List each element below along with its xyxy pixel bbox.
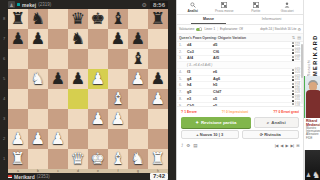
square-e4[interactable] — [88, 89, 108, 109]
black-rook-a8[interactable]: ♜ — [11, 9, 25, 29]
panel-tab-giocatori[interactable]: Giocatori — [272, 0, 304, 14]
square-f3[interactable]: ♟ — [108, 109, 128, 129]
square-h2[interactable] — [148, 129, 168, 149]
square-g2[interactable] — [128, 129, 148, 149]
engine-settings-gear-icon[interactable]: ⚙ — [297, 27, 301, 32]
panel-subtabs: Mosse Informazioni — [177, 15, 303, 25]
square-e1[interactable]: ♚ — [88, 149, 108, 169]
white-king-e1[interactable]: ♚ — [91, 149, 105, 169]
square-c8[interactable] — [48, 9, 68, 29]
white-queen-d1[interactable]: ♛ — [71, 149, 85, 169]
rank-label-6: 6 — [0, 49, 8, 69]
black-player-rating: (2319) — [38, 2, 51, 7]
rank-label-4: 4 — [0, 89, 8, 109]
panel-tab-prova-mosse[interactable]: Prova mosse — [209, 0, 241, 14]
move-row-4[interactable]: 4.f3e60:150:20 — [177, 69, 303, 76]
black-move[interactable]: Cf6 — [213, 50, 239, 54]
rank-coordinates: 87654321 — [0, 9, 8, 169]
brand-name: MERIKARD — [312, 3, 318, 76]
square-d6[interactable] — [68, 49, 88, 69]
magnifier-icon — [190, 2, 196, 8]
square-h3[interactable] — [148, 109, 168, 129]
black-avatar[interactable]: ♟ — [8, 1, 15, 8]
square-d3[interactable] — [68, 109, 88, 129]
square-e7[interactable] — [88, 29, 108, 49]
white-player-rating: (2353) — [37, 174, 50, 179]
rank-label-2: 2 — [0, 129, 8, 149]
square-f8[interactable]: ♝ — [108, 9, 128, 29]
coach-photo — [304, 76, 320, 118]
move-row-7[interactable]: 7.g5Cfd70:350:28 — [177, 89, 303, 96]
white-pawn-h4[interactable]: ♟ — [151, 89, 165, 109]
brand-subtitle: Scacchi — [307, 3, 311, 76]
square-f1[interactable]: ♝ — [108, 149, 128, 169]
black-knight-d7[interactable]: ♞ — [71, 29, 85, 49]
square-c1[interactable] — [48, 149, 68, 169]
square-h1[interactable]: ♜ — [148, 149, 168, 169]
black-queen-d8[interactable]: ♛ — [71, 9, 85, 29]
square-c6[interactable] — [48, 49, 68, 69]
opening-row: Queen's Pawn Opening: Chigorin Variation… — [177, 34, 303, 42]
tab-moves[interactable]: Mosse — [177, 15, 240, 24]
flip-icon[interactable]: ⇅ — [292, 35, 295, 40]
white-move[interactable]: Af4 — [187, 56, 213, 60]
explore-setting[interactable]: Esplorazione: Off — [220, 27, 243, 31]
square-h4[interactable]: ♟ — [148, 89, 168, 109]
square-a2[interactable]: ♟ — [8, 129, 28, 149]
square-g5[interactable]: ♟ — [128, 69, 148, 89]
nav-prev-button[interactable]: ◀ — [280, 143, 283, 148]
analysis-button[interactable]: ⌕ Analisi — [254, 117, 299, 128]
summary-0-imprecisioni: ?!0 Imprecisioni — [222, 110, 248, 114]
black-title-badge — [17, 3, 20, 6]
white-rook-a1[interactable]: ♜ — [11, 149, 25, 169]
black-bishop-f8[interactable]: ♝ — [111, 9, 125, 29]
square-g1[interactable]: ♞ — [128, 149, 148, 169]
black-king-e8[interactable]: ♚ — [91, 9, 105, 29]
square-b7[interactable]: ♟ — [28, 29, 48, 49]
panel-tabs: AnalisiProva mossePartiteGiocatori — [177, 0, 303, 15]
white-rook-h1[interactable]: ♜ — [151, 149, 165, 169]
square-c2[interactable]: ♟ — [48, 129, 68, 149]
square-b2[interactable]: ♟ — [28, 129, 48, 149]
square-c7[interactable] — [48, 29, 68, 49]
black-move[interactable]: Ag6 — [213, 77, 239, 81]
square-a6[interactable] — [8, 49, 28, 69]
black-pawn-h5[interactable]: ♟ — [151, 69, 165, 89]
move-navigation-bar: ⤴ ⚙ ▤ |◀ ◀ ▶ ▶| ⊞ — [177, 140, 303, 150]
white-bishop-f1[interactable]: ♝ — [111, 149, 125, 169]
square-b6[interactable] — [28, 49, 48, 69]
square-c4[interactable] — [48, 89, 68, 109]
black-move[interactable]: Cfd7 — [213, 90, 239, 94]
new-game-button[interactable]: + Nuova 10 | 3 — [181, 130, 239, 139]
square-g3[interactable] — [128, 109, 148, 129]
settings-icon[interactable]: ⚙ — [186, 143, 190, 148]
game-summary-row: ?1 Errore?!0 Imprecisioni??0 Errori grav… — [177, 107, 303, 116]
white-clock: 7:42 — [150, 173, 168, 180]
summary-1-errore: ?1 Errore — [181, 110, 197, 114]
white-knight-g1[interactable]: ♞ — [131, 149, 145, 169]
square-c3[interactable] — [48, 109, 68, 129]
panel-tab-analisi[interactable]: Analisi — [177, 0, 209, 14]
chess-pieces-thumbnail: ♟ ♞ — [304, 150, 320, 180]
square-e3[interactable]: ♟ — [88, 109, 108, 129]
game-area: ♟ mekej (2319) ⚙ 8:56 87654321 ♜♞♛♚♝♜♟♟♞… — [0, 0, 176, 180]
white-pawn-e3[interactable]: ♟ — [91, 109, 105, 129]
square-e8[interactable]: ♚ — [88, 9, 108, 29]
coach-title-2: Allenatore FIDE — [306, 133, 319, 139]
black-player-name[interactable]: mekej — [22, 2, 36, 8]
white-move[interactable]: d4 — [187, 43, 213, 47]
white-move[interactable]: h4 — [187, 83, 213, 87]
white-player-name[interactable]: Merikard — [14, 174, 35, 180]
square-g8[interactable] — [128, 9, 148, 29]
square-a1[interactable]: ♜ — [8, 149, 28, 169]
white-pawn-f3[interactable]: ♟ — [111, 109, 125, 129]
move-row-6[interactable]: 6.h4h50:180:42 — [177, 82, 303, 89]
black-move[interactable]: h5 — [213, 83, 239, 87]
expand-board-button[interactable]: ⊞ — [296, 143, 299, 148]
move-row-5[interactable]: 5.g4Ag60:220:31 — [177, 76, 303, 83]
square-a8[interactable]: ♜ — [8, 9, 28, 29]
app-window: ♟ mekej (2319) ⚙ 8:56 87654321 ♜♞♛♚♝♜♟♟♞… — [0, 0, 320, 180]
panel-tab-partite[interactable]: Partite — [240, 0, 272, 14]
square-d1[interactable]: ♛ — [68, 149, 88, 169]
move-row-9[interactable]: 9.Cb5e51:100:48 — [177, 103, 303, 107]
square-f4[interactable]: ♝ — [108, 89, 128, 109]
black-rook-h8[interactable]: ♜ — [151, 9, 165, 29]
white-bishop-f4[interactable]: ♝ — [111, 89, 125, 109]
chess-board[interactable]: ♜♞♛♚♝♜♟♟♞♟♟♝♞♟♟♟♟♟♝♟♟♟♟♟♟♜♛♚♝♞♜ — [8, 9, 168, 169]
square-h8[interactable]: ♜ — [148, 9, 168, 29]
black-move[interactable]: Af5 — [213, 56, 239, 60]
summary-0-errori-gravi: ??0 Errori gravi — [273, 110, 299, 114]
players-icon — [284, 2, 290, 8]
expand-icon[interactable]: ▤ — [297, 35, 301, 40]
white-move[interactable]: e3 — [187, 97, 213, 101]
move-row-8[interactable]: 8.e3c50:400:55 — [177, 96, 303, 103]
black-move[interactable]: e5 — [213, 104, 239, 107]
square-d8[interactable]: ♛ — [68, 9, 88, 29]
nav-last-button[interactable]: ▶| — [291, 143, 294, 148]
move-row-2[interactable]: 2.Cc3Cf60:030:05 — [177, 49, 303, 56]
opening-name[interactable]: Queen's Pawn Opening: Chigorin Variation — [179, 36, 290, 40]
square-d7[interactable]: ♞ — [68, 29, 88, 49]
black-pawn-d5[interactable]: ♟ — [71, 69, 85, 89]
white-move[interactable]: Cc3 — [187, 50, 213, 54]
rematch-button[interactable]: ⟳ Rivincita — [242, 130, 300, 139]
list-icon[interactable]: ▤ — [193, 143, 197, 148]
square-e5[interactable]: ♟ — [88, 69, 108, 89]
engine-settings-row: Valutazione Linee: 1 | Esplorazione: Off… — [177, 25, 303, 34]
square-h7[interactable] — [148, 29, 168, 49]
nav-next-button[interactable]: ▶ — [285, 143, 288, 148]
share-icon[interactable]: ⤴ — [181, 143, 183, 148]
square-h6[interactable] — [148, 49, 168, 69]
board-icon — [221, 2, 227, 8]
white-move[interactable]: g5 — [187, 90, 213, 94]
white-pawn-b2[interactable]: ♟ — [31, 129, 45, 149]
black-pawn-a7[interactable]: ♟ — [11, 29, 25, 49]
square-d2[interactable] — [68, 129, 88, 149]
magnifier-icon: ⌕ — [267, 120, 270, 125]
black-clock: 8:56 — [150, 1, 168, 9]
square-e2[interactable] — [88, 129, 108, 149]
move-row-1[interactable]: 1.d4d50:010:02 — [177, 42, 303, 49]
move-row-3[interactable]: 3.Af4Af50:080:11 — [177, 56, 303, 63]
nav-first-button[interactable]: |◀ — [275, 143, 278, 148]
black-move[interactable]: e6 — [213, 70, 239, 74]
white-move[interactable]: g4 — [187, 77, 213, 81]
square-g7[interactable]: ♟ — [128, 29, 148, 49]
white-pawn-e5[interactable]: ♟ — [91, 69, 105, 89]
analysis-panel: AnalisiProva mossePartiteGiocatori Mosse… — [176, 0, 303, 180]
rank-label-3: 3 — [0, 109, 8, 129]
review-star-icon: ✦ — [195, 120, 199, 125]
knight-silhouette-icon: ♞ — [312, 170, 320, 180]
square-a5[interactable] — [8, 69, 28, 89]
white-country-flag-icon — [8, 175, 12, 178]
square-d5[interactable]: ♟ — [68, 69, 88, 89]
black-player-bar: ♟ mekej (2319) ⚙ 8:56 — [8, 0, 168, 9]
evaluation-label: Valutazione — [179, 27, 194, 31]
black-pawn-f7[interactable]: ♟ — [111, 29, 125, 49]
white-pawn-c2[interactable]: ♟ — [51, 129, 65, 149]
board-icon — [253, 2, 259, 8]
square-a3[interactable] — [8, 109, 28, 129]
white-pawn-g5[interactable]: ♟ — [131, 69, 145, 89]
evaluation-toggle[interactable] — [196, 28, 202, 31]
square-c5[interactable]: ♟ — [48, 69, 68, 89]
square-b4[interactable] — [28, 89, 48, 109]
rank-label-7: 7 — [0, 29, 8, 49]
square-b5[interactable]: ♞ — [28, 69, 48, 89]
square-f5[interactable] — [108, 69, 128, 89]
rank-label-8: 8 — [0, 9, 8, 29]
white-move[interactable]: Cb5 — [187, 104, 213, 107]
rank-label-5: 5 — [0, 69, 8, 89]
square-h5[interactable]: ♟ — [148, 69, 168, 89]
square-f2[interactable] — [108, 129, 128, 149]
black-move[interactable]: d5 — [213, 43, 239, 47]
board-settings-gear-icon[interactable]: ⚙ — [142, 1, 147, 8]
black-move[interactable]: c5 — [213, 97, 239, 101]
square-d4[interactable] — [68, 89, 88, 109]
square-f6[interactable] — [108, 49, 128, 69]
white-player-bar: Merikard (2353) 7:42 — [8, 173, 168, 180]
square-g6[interactable]: ♝ — [128, 49, 148, 69]
square-b3[interactable] — [28, 109, 48, 129]
white-move[interactable]: f3 — [187, 70, 213, 74]
move-list: 1.d4d50:010:022.Cc3Cf60:030:053.Af4Af50:… — [177, 42, 303, 107]
black-pawn-c5[interactable]: ♟ — [51, 69, 65, 89]
rank-label-1: 1 — [0, 149, 8, 169]
square-a7[interactable]: ♟ — [8, 29, 28, 49]
black-bishop-g6[interactable]: ♝ — [131, 49, 145, 69]
square-a4[interactable] — [8, 89, 28, 109]
channel-brand-column: Scacchi MERIKARD Rikard Medancic Maestro… — [303, 0, 320, 180]
game-review-button[interactable]: ✦ Revisione partita — [181, 117, 251, 128]
square-e6[interactable] — [88, 49, 108, 69]
engine-depth-label: depth 24 | Stockfish 16 Lite — [260, 27, 296, 31]
square-g4[interactable] — [128, 89, 148, 109]
pawn-silhouette-icon: ♟ — [306, 170, 311, 180]
white-knight-b5[interactable]: ♞ — [31, 69, 45, 89]
white-pawn-a2[interactable]: ♟ — [11, 129, 25, 149]
square-b1[interactable] — [28, 149, 48, 169]
square-f7[interactable]: ♟ — [108, 29, 128, 49]
black-knight-b8[interactable]: ♞ — [31, 9, 45, 29]
lines-setting[interactable]: Linee: 1 — [204, 27, 215, 31]
tab-info[interactable]: Informazioni — [240, 15, 303, 24]
square-b8[interactable]: ♞ — [28, 9, 48, 29]
black-pawn-g7[interactable]: ♟ — [131, 29, 145, 49]
black-pawn-b7[interactable]: ♟ — [31, 29, 45, 49]
